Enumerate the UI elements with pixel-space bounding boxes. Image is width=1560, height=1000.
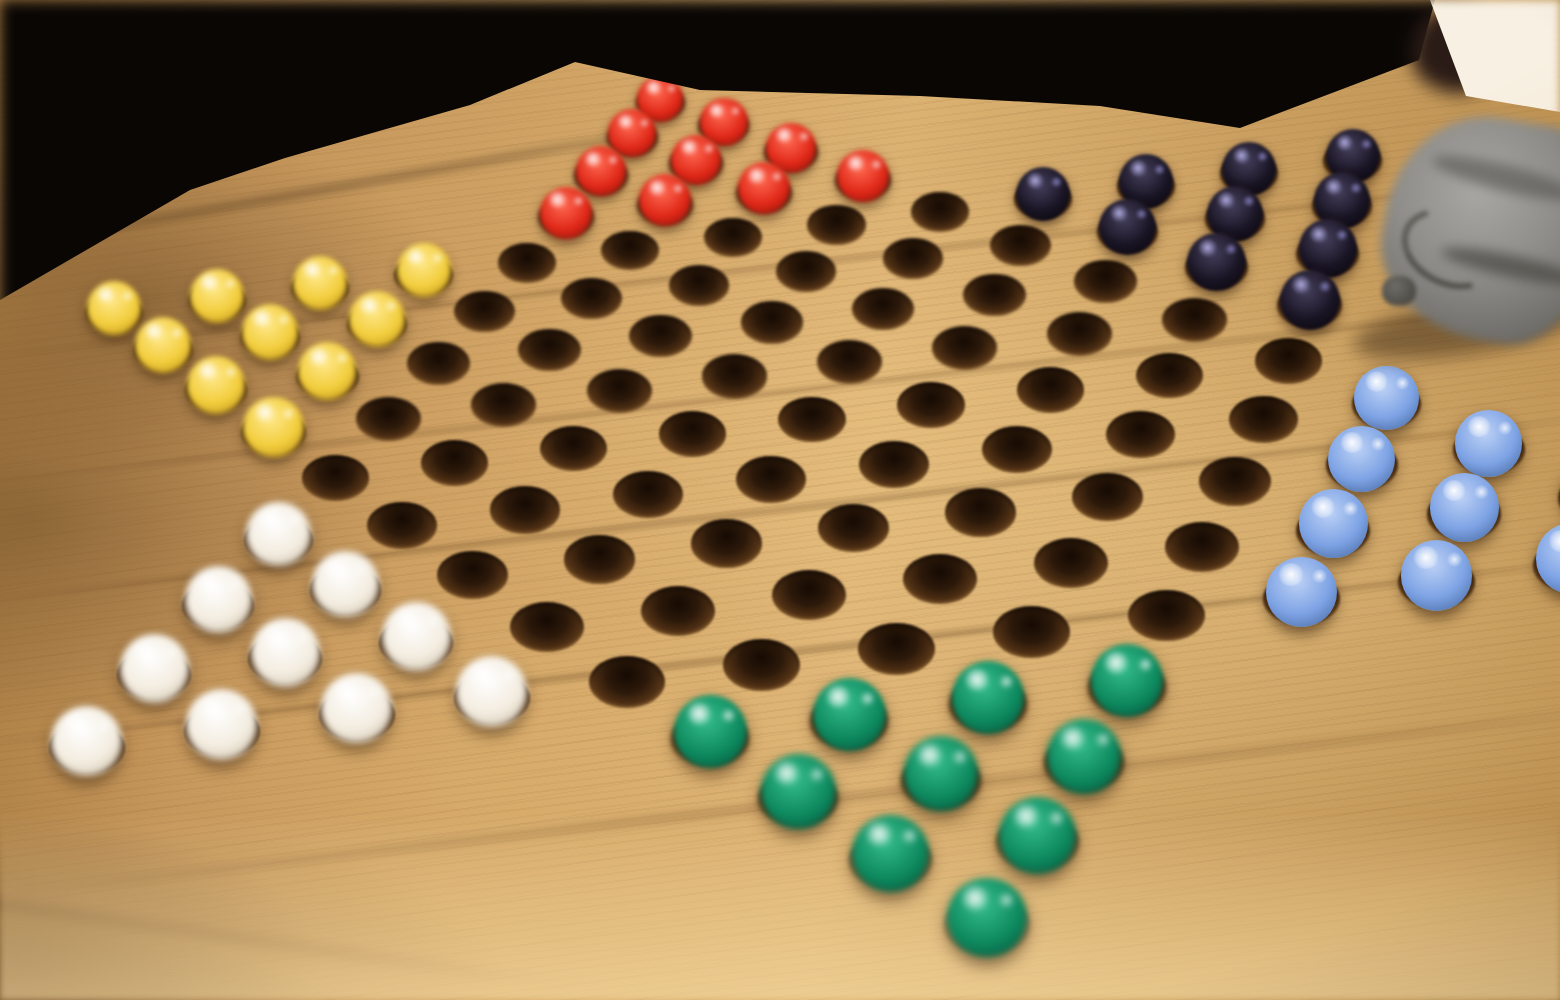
marble-green[interactable]: [999, 797, 1076, 874]
marble-green[interactable]: [813, 678, 886, 751]
marble-yellow[interactable]: [87, 281, 141, 335]
marble-yellow[interactable]: [135, 317, 191, 373]
chinese-checkers-photo: [0, 0, 1560, 1000]
marble-yellow[interactable]: [242, 304, 298, 360]
marble-blue[interactable]: [1354, 366, 1418, 430]
marble-white[interactable]: [321, 673, 392, 744]
marble-yellow[interactable]: [293, 256, 347, 310]
marble-red[interactable]: [639, 174, 691, 226]
marble-red[interactable]: [738, 162, 790, 214]
marble-blue[interactable]: [1430, 473, 1499, 542]
marble-black[interactable]: [1016, 167, 1070, 221]
marble-green[interactable]: [952, 661, 1025, 734]
marble-white[interactable]: [186, 689, 257, 760]
marble-yellow[interactable]: [298, 342, 356, 400]
marble-green[interactable]: [1091, 644, 1164, 717]
marble-white[interactable]: [185, 566, 252, 633]
marble-blue[interactable]: [1536, 523, 1560, 594]
marble-red[interactable]: [837, 150, 889, 202]
marble-blue[interactable]: [1266, 557, 1337, 628]
marble-black[interactable]: [1187, 233, 1245, 291]
marble-white[interactable]: [51, 706, 122, 777]
marble-black[interactable]: [1099, 199, 1155, 255]
marble-green[interactable]: [904, 736, 979, 811]
bag-cord-knot: [1382, 276, 1416, 306]
marble-blue[interactable]: [1401, 540, 1472, 611]
marble-white[interactable]: [120, 634, 189, 703]
marble-yellow[interactable]: [190, 269, 244, 323]
marble-yellow[interactable]: [349, 291, 405, 347]
marble-black[interactable]: [1299, 219, 1357, 277]
marble-white[interactable]: [246, 502, 310, 566]
marble-green[interactable]: [1047, 719, 1122, 794]
marble-blue[interactable]: [1299, 489, 1368, 558]
marble-red[interactable]: [576, 146, 626, 196]
marble-white[interactable]: [456, 656, 527, 727]
marble-yellow[interactable]: [187, 356, 245, 414]
marble-red[interactable]: [540, 187, 592, 239]
marble-white[interactable]: [382, 602, 451, 671]
marble-green[interactable]: [947, 878, 1026, 957]
marble-blue[interactable]: [1455, 410, 1522, 477]
marble-yellow[interactable]: [243, 397, 303, 457]
marble-blue[interactable]: [1328, 426, 1395, 493]
marble-white[interactable]: [251, 618, 320, 687]
marble-black[interactable]: [1280, 270, 1340, 330]
marble-green[interactable]: [761, 754, 836, 829]
marble-yellow[interactable]: [397, 243, 451, 297]
marble-green[interactable]: [852, 815, 929, 892]
marble-white[interactable]: [312, 551, 379, 618]
marble-green[interactable]: [674, 695, 747, 768]
